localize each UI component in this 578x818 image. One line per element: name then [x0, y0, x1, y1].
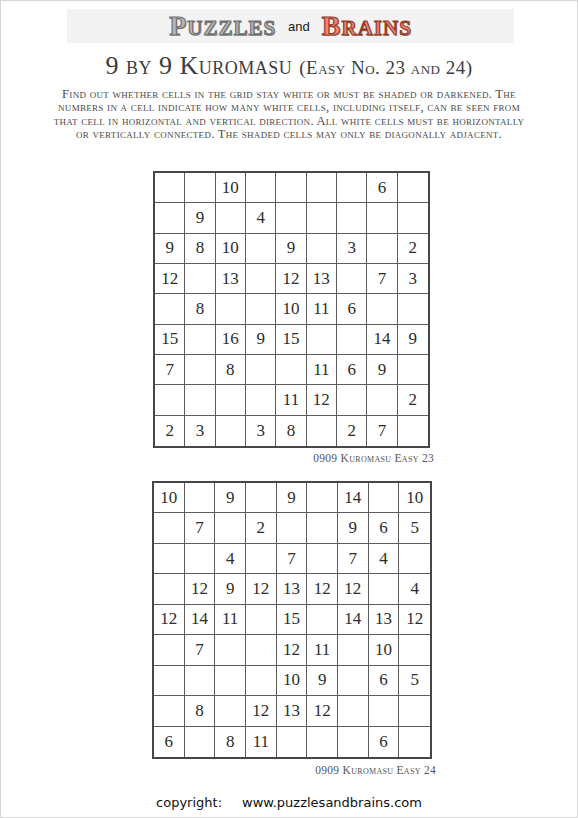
cell-r4c8	[369, 574, 400, 604]
cell-r5c8: 13	[369, 605, 400, 635]
cell-r7c9	[398, 355, 428, 385]
cell-r6c9: 9	[398, 325, 428, 355]
cell-r4c3: 9	[215, 574, 246, 604]
cell-r9c6	[307, 727, 338, 757]
cell-r1c9	[398, 173, 428, 203]
cell-r5c4	[246, 294, 276, 324]
cell-r9c7	[338, 727, 369, 757]
cell-r2c9	[398, 203, 428, 233]
cell-r6c3: 16	[216, 325, 246, 355]
cell-r2c4: 2	[246, 513, 277, 543]
cell-r1c4	[246, 173, 276, 203]
cell-r2c6	[307, 513, 338, 543]
cell-r2c3	[216, 203, 246, 233]
instructions-line: or vertically connected. The shaded cell…	[1, 128, 577, 141]
cell-r9c1: 2	[155, 416, 185, 446]
cell-r8c6: 12	[307, 385, 337, 415]
cell-r4c7	[337, 264, 367, 294]
cell-r7c1: 7	[155, 355, 185, 385]
cell-r4c4: 12	[246, 574, 277, 604]
cell-r3c8	[367, 234, 397, 264]
cell-r9c4: 11	[246, 727, 277, 757]
logo-and: and	[288, 19, 310, 34]
cell-r8c1	[154, 696, 185, 726]
cell-r6c4: 9	[246, 325, 276, 355]
cell-r3c4	[246, 234, 276, 264]
cell-r5c3: 11	[215, 605, 246, 635]
cell-r1c3: 9	[215, 483, 246, 513]
cell-r1c7: 14	[338, 483, 369, 513]
cell-r8c7	[337, 385, 367, 415]
cell-r4c9: 3	[398, 264, 428, 294]
cell-r3c3: 10	[216, 234, 246, 264]
cell-r3c5: 9	[276, 234, 306, 264]
logo-puzzles: Puzzles	[169, 12, 276, 40]
cell-r1c9: 10	[399, 483, 430, 513]
cell-r6c1: 15	[155, 325, 185, 355]
cell-r4c1: 12	[155, 264, 185, 294]
cell-r7c9: 5	[399, 666, 430, 696]
cell-r7c3	[215, 666, 246, 696]
cell-r5c1	[155, 294, 185, 324]
cell-r6c9	[399, 635, 430, 665]
cell-r2c1	[155, 203, 185, 233]
instructions: Find out whether cells in the grid stay …	[1, 88, 577, 142]
cell-r2c1	[154, 513, 185, 543]
cell-r5c1: 12	[154, 605, 185, 635]
cell-r9c3	[216, 416, 246, 446]
cell-r7c8: 9	[367, 355, 397, 385]
instructions-line: that cell in horizontal and vertical dir…	[1, 115, 577, 128]
cell-r2c3	[215, 513, 246, 543]
cell-r1c8: 6	[367, 173, 397, 203]
cell-r3c6	[307, 234, 337, 264]
cell-r5c6	[307, 605, 338, 635]
puzzle-caption-easy-24: 0909 Kuromasu Easy 24	[152, 764, 436, 776]
cell-r4c6: 12	[307, 574, 338, 604]
cell-r7c7: 6	[337, 355, 367, 385]
cell-r4c2	[185, 264, 215, 294]
cell-r7c2	[185, 666, 216, 696]
cell-r2c5	[276, 203, 306, 233]
cell-r5c6: 11	[307, 294, 337, 324]
kuromasu-grid-easy-23: 1069498109321213121373810116151691514978…	[153, 171, 430, 448]
puzzle-caption-easy-23: 0909 Kuromasu Easy 23	[153, 452, 434, 464]
cell-r5c8	[367, 294, 397, 324]
cell-r7c3: 8	[216, 355, 246, 385]
cell-r8c5: 11	[276, 385, 306, 415]
cell-r9c5	[277, 727, 308, 757]
cell-r7c2	[185, 355, 215, 385]
cell-r2c8	[367, 203, 397, 233]
cell-r9c2	[185, 727, 216, 757]
cell-r9c8: 7	[367, 416, 397, 446]
cell-r1c1	[155, 173, 185, 203]
cell-r3c7: 3	[337, 234, 367, 264]
cell-r5c7: 6	[337, 294, 367, 324]
cell-r9c9	[399, 727, 430, 757]
logo-banner: Puzzles and Brains	[67, 9, 514, 43]
title-sub: (Easy No. 23 and 24)	[299, 57, 472, 78]
cell-r1c8	[369, 483, 400, 513]
cell-r5c9	[398, 294, 428, 324]
cell-r3c2	[185, 544, 216, 574]
cell-r4c6: 13	[307, 264, 337, 294]
cell-r8c4: 12	[246, 696, 277, 726]
cell-r1c7	[337, 173, 367, 203]
cell-r4c1	[154, 574, 185, 604]
cell-r1c2	[185, 173, 215, 203]
cell-r6c8: 14	[367, 325, 397, 355]
cell-r1c6	[307, 483, 338, 513]
cell-r7c4	[246, 355, 276, 385]
cell-r9c6	[307, 416, 337, 446]
copyright-url: www.puzzlesandbrains.com	[242, 795, 422, 810]
cell-r6c3	[215, 635, 246, 665]
cell-r2c2: 9	[185, 203, 215, 233]
copyright-label: copyright:	[156, 795, 222, 810]
cell-r8c9	[399, 696, 430, 726]
cell-r1c1: 10	[154, 483, 185, 513]
cell-r4c3: 13	[216, 264, 246, 294]
cell-r9c2: 3	[185, 416, 215, 446]
cell-r5c2: 8	[185, 294, 215, 324]
cell-r5c7: 14	[338, 605, 369, 635]
cell-r3c3: 4	[215, 544, 246, 574]
cell-r4c5: 13	[277, 574, 308, 604]
cell-r9c4: 3	[246, 416, 276, 446]
cell-r3c9	[399, 544, 430, 574]
cell-r6c6	[307, 325, 337, 355]
cell-r6c5: 15	[276, 325, 306, 355]
cell-r7c7	[338, 666, 369, 696]
cell-r6c7	[338, 635, 369, 665]
cell-r6c2	[185, 325, 215, 355]
cell-r9c8: 6	[369, 727, 400, 757]
logo-brains: Brains	[322, 12, 412, 40]
cell-r4c4	[246, 264, 276, 294]
cell-r3c8: 4	[369, 544, 400, 574]
cell-r8c3	[216, 385, 246, 415]
cell-r6c6: 11	[307, 635, 338, 665]
cell-r4c7: 12	[338, 574, 369, 604]
instructions-line: numbers in a cell indicate how many whit…	[1, 101, 577, 114]
cell-r2c8: 6	[369, 513, 400, 543]
footer: copyright:www.puzzlesandbrains.com	[1, 795, 577, 810]
cell-r8c2: 8	[185, 696, 216, 726]
cell-r7c5	[276, 355, 306, 385]
kuromasu-grid-easy-24: 1099141072965477412912131212412141115141…	[152, 481, 432, 759]
cell-r8c7	[338, 696, 369, 726]
cell-r6c8: 10	[369, 635, 400, 665]
cell-r7c5: 10	[277, 666, 308, 696]
cell-r2c7: 9	[338, 513, 369, 543]
cell-r5c5: 15	[277, 605, 308, 635]
cell-r8c3	[215, 696, 246, 726]
cell-r4c9: 4	[399, 574, 430, 604]
cell-r2c5	[277, 513, 308, 543]
cell-r6c5: 12	[277, 635, 308, 665]
cell-r8c8	[367, 385, 397, 415]
cell-r5c5: 10	[276, 294, 306, 324]
cell-r1c3: 10	[216, 173, 246, 203]
cell-r7c8: 6	[369, 666, 400, 696]
cell-r5c4	[246, 605, 277, 635]
cell-r1c6	[307, 173, 337, 203]
cell-r6c4	[246, 635, 277, 665]
cell-r9c9	[398, 416, 428, 446]
cell-r7c6: 11	[307, 355, 337, 385]
cell-r7c1	[154, 666, 185, 696]
cell-r1c4	[246, 483, 277, 513]
cell-r1c2	[185, 483, 216, 513]
cell-r9c5: 8	[276, 416, 306, 446]
cell-r8c1	[155, 385, 185, 415]
cell-r8c9: 2	[398, 385, 428, 415]
cell-r3c6	[307, 544, 338, 574]
cell-r3c9: 2	[398, 234, 428, 264]
puzzle-page: Puzzles and Brains 9 by 9 Kuromasu (Easy…	[0, 0, 578, 818]
title-main: 9 by 9 Kuromasu	[105, 51, 299, 80]
cell-r9c3: 8	[215, 727, 246, 757]
cell-r2c7	[337, 203, 367, 233]
cell-r3c7: 7	[338, 544, 369, 574]
cell-r1c5	[276, 173, 306, 203]
cell-r4c8: 7	[367, 264, 397, 294]
cell-r3c1	[154, 544, 185, 574]
cell-r8c8	[369, 696, 400, 726]
instructions-line: Find out whether cells in the grid stay …	[1, 88, 577, 101]
cell-r5c9: 12	[399, 605, 430, 635]
cell-r6c7	[337, 325, 367, 355]
cell-r8c4	[246, 385, 276, 415]
cell-r3c5: 7	[277, 544, 308, 574]
cell-r8c2	[185, 385, 215, 415]
page-title: 9 by 9 Kuromasu (Easy No. 23 and 24)	[1, 51, 577, 81]
cell-r5c2: 14	[185, 605, 216, 635]
cell-r7c4	[246, 666, 277, 696]
cell-r1c5: 9	[277, 483, 308, 513]
cell-r2c9: 5	[399, 513, 430, 543]
cell-r4c5: 12	[276, 264, 306, 294]
cell-r2c2: 7	[185, 513, 216, 543]
cell-r7c6: 9	[307, 666, 338, 696]
cell-r2c4: 4	[246, 203, 276, 233]
cell-r6c1	[154, 635, 185, 665]
cell-r3c1: 9	[155, 234, 185, 264]
cell-r3c4	[246, 544, 277, 574]
cell-r5c3	[216, 294, 246, 324]
cell-r9c7: 2	[337, 416, 367, 446]
cell-r6c2: 7	[185, 635, 216, 665]
cell-r3c2: 8	[185, 234, 215, 264]
cell-r2c6	[307, 203, 337, 233]
cell-r8c6: 12	[307, 696, 338, 726]
cell-r4c2: 12	[185, 574, 216, 604]
cell-r8c5: 13	[277, 696, 308, 726]
cell-r9c1: 6	[154, 727, 185, 757]
